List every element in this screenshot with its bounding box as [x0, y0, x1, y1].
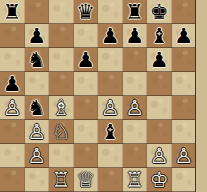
square-g7[interactable]: ♝	[147, 24, 172, 48]
square-f7[interactable]: ♟	[123, 24, 148, 48]
square-d8[interactable]: ♛	[74, 0, 99, 24]
square-c4[interactable]: ♗	[49, 96, 74, 120]
piece-black-pawn-f7[interactable]: ♟	[125, 26, 144, 47]
square-e3[interactable]: ♝	[98, 120, 123, 144]
square-c2[interactable]	[49, 144, 74, 168]
square-d6[interactable]: ♟	[74, 48, 99, 72]
square-d3[interactable]	[74, 120, 99, 144]
square-c3[interactable]: ♘	[49, 120, 74, 144]
square-h5[interactable]	[172, 72, 197, 96]
square-f4[interactable]: ♙	[123, 96, 148, 120]
square-d1[interactable]: ♕	[74, 168, 99, 192]
piece-white-rook-c1[interactable]: ♖	[52, 170, 71, 191]
piece-black-pawn-b7[interactable]: ♟	[27, 26, 46, 47]
piece-black-knight-b4[interactable]: ♞	[27, 98, 46, 119]
piece-black-pawn-g6[interactable]: ♟	[150, 50, 169, 71]
square-b8[interactable]	[25, 0, 50, 24]
square-d2[interactable]	[74, 144, 99, 168]
square-h8[interactable]	[172, 0, 197, 24]
square-h6[interactable]	[172, 48, 197, 72]
square-a8[interactable]: ♜	[0, 0, 25, 24]
square-c7[interactable]	[49, 24, 74, 48]
square-e2[interactable]	[98, 144, 123, 168]
piece-white-bishop-c4[interactable]: ♗	[52, 98, 71, 119]
square-e4[interactable]: ♙	[98, 96, 123, 120]
square-f6[interactable]	[123, 48, 148, 72]
square-f3[interactable]	[123, 120, 148, 144]
square-c8[interactable]	[49, 0, 74, 24]
piece-black-pawn-d6[interactable]: ♟	[76, 50, 95, 71]
square-h2[interactable]: ♙	[172, 144, 197, 168]
square-a2[interactable]	[0, 144, 25, 168]
square-f2[interactable]	[123, 144, 148, 168]
piece-white-pawn-g2[interactable]: ♙	[150, 146, 169, 167]
square-b6[interactable]: ♞	[25, 48, 50, 72]
piece-white-knight-c3[interactable]: ♘	[52, 122, 71, 143]
square-d4[interactable]	[74, 96, 99, 120]
piece-black-queen-d8[interactable]: ♛	[76, 2, 95, 23]
square-h1[interactable]	[172, 168, 197, 192]
square-e5[interactable]	[98, 72, 123, 96]
board-right-margin	[195, 0, 207, 192]
square-a3[interactable]	[0, 120, 25, 144]
square-f1[interactable]: ♖	[123, 168, 148, 192]
piece-black-rook-a8[interactable]: ♜	[3, 2, 22, 23]
piece-white-pawn-h2[interactable]: ♙	[174, 146, 193, 167]
square-g4[interactable]	[147, 96, 172, 120]
square-h4[interactable]	[172, 96, 197, 120]
square-a1[interactable]	[0, 168, 25, 192]
square-a7[interactable]	[0, 24, 25, 48]
square-d5[interactable]	[74, 72, 99, 96]
square-g1[interactable]: ♔	[147, 168, 172, 192]
square-g8[interactable]: ♚	[147, 0, 172, 24]
square-a4[interactable]: ♙	[0, 96, 25, 120]
square-a5[interactable]: ♟	[0, 72, 25, 96]
piece-white-pawn-a4[interactable]: ♙	[3, 98, 22, 119]
square-e1[interactable]	[98, 168, 123, 192]
chess-board: ♜♛♜♚♟♟♟♝♟♞♟♟♟♙♞♗♙♙♙♘♝♙♙♙♖♕♖♔	[0, 0, 196, 192]
square-c5[interactable]	[49, 72, 74, 96]
piece-black-bishop-g7[interactable]: ♝	[150, 26, 169, 47]
square-b1[interactable]	[25, 168, 50, 192]
square-e6[interactable]	[98, 48, 123, 72]
square-e7[interactable]: ♟	[98, 24, 123, 48]
square-c1[interactable]: ♖	[49, 168, 74, 192]
square-g3[interactable]	[147, 120, 172, 144]
square-c6[interactable]	[49, 48, 74, 72]
piece-white-pawn-e4[interactable]: ♙	[101, 98, 120, 119]
square-b4[interactable]: ♞	[25, 96, 50, 120]
square-g6[interactable]: ♟	[147, 48, 172, 72]
piece-black-pawn-h7[interactable]: ♟	[174, 26, 193, 47]
piece-white-pawn-f4[interactable]: ♙	[125, 98, 144, 119]
square-h7[interactable]: ♟	[172, 24, 197, 48]
piece-white-king-g1[interactable]: ♔	[150, 170, 169, 191]
square-b7[interactable]: ♟	[25, 24, 50, 48]
square-h3[interactable]	[172, 120, 197, 144]
square-a6[interactable]	[0, 48, 25, 72]
square-b3[interactable]: ♙	[25, 120, 50, 144]
piece-black-king-g8[interactable]: ♚	[150, 2, 169, 23]
square-f5[interactable]	[123, 72, 148, 96]
square-b2[interactable]: ♙	[25, 144, 50, 168]
piece-black-knight-b6[interactable]: ♞	[27, 50, 46, 71]
square-b5[interactable]	[25, 72, 50, 96]
square-g5[interactable]	[147, 72, 172, 96]
piece-white-pawn-b3[interactable]: ♙	[27, 122, 46, 143]
piece-black-rook-f8[interactable]: ♜	[125, 2, 144, 23]
piece-black-bishop-e3[interactable]: ♝	[101, 122, 120, 143]
piece-white-queen-d1[interactable]: ♕	[76, 170, 95, 191]
piece-white-rook-f1[interactable]: ♖	[125, 170, 144, 191]
square-f8[interactable]: ♜	[123, 0, 148, 24]
piece-white-pawn-b2[interactable]: ♙	[27, 146, 46, 167]
piece-black-pawn-a5[interactable]: ♟	[3, 74, 22, 95]
piece-black-pawn-e7[interactable]: ♟	[101, 26, 120, 47]
square-d7[interactable]	[74, 24, 99, 48]
square-g2[interactable]: ♙	[147, 144, 172, 168]
square-e8[interactable]	[98, 0, 123, 24]
chess-board-screenshot: ♜♛♜♚♟♟♟♝♟♞♟♟♟♙♞♗♙♙♙♘♝♙♙♙♖♕♖♔	[0, 0, 207, 192]
